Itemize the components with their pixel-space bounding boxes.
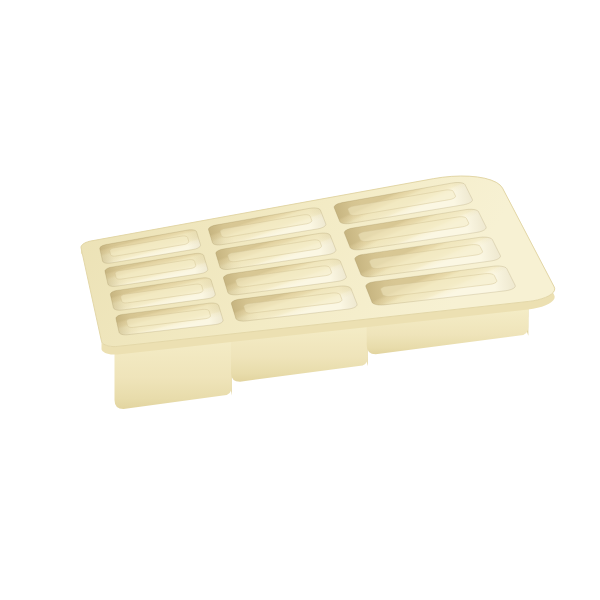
photo-canvas: Angled product photo of a cream silicone… <box>0 0 600 600</box>
product-photo-svg <box>0 0 600 600</box>
